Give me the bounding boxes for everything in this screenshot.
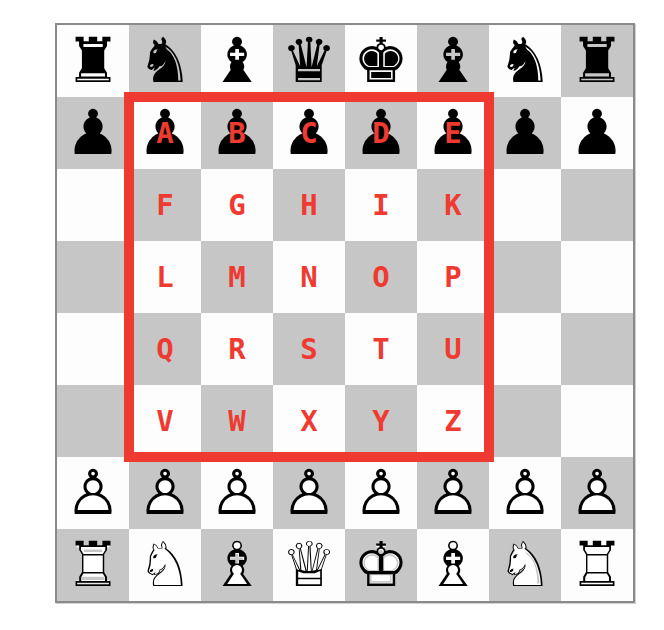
square-f8[interactable]: ♝	[417, 25, 489, 97]
piece-white-pawn: ♙	[561, 457, 633, 529]
hint-label-c[interactable]: C	[273, 97, 345, 169]
square-h3[interactable]	[561, 385, 633, 457]
square-d6[interactable]: H	[273, 169, 345, 241]
piece-white-rook: ♖	[57, 529, 129, 601]
square-c7[interactable]: ♟B	[201, 97, 273, 169]
square-g2[interactable]: ♟♙	[489, 457, 561, 529]
square-a4[interactable]	[57, 313, 129, 385]
square-g4[interactable]	[489, 313, 561, 385]
hint-label-h[interactable]: H	[273, 169, 345, 241]
piece-white-pawn: ♙	[417, 457, 489, 529]
square-d2[interactable]: ♟♙	[273, 457, 345, 529]
square-a8[interactable]: ♜	[57, 25, 129, 97]
square-c4[interactable]: R	[201, 313, 273, 385]
piece-white-pawn: ♙	[273, 457, 345, 529]
piece-black-pawn: ♟	[561, 97, 633, 169]
square-b5[interactable]: L	[129, 241, 201, 313]
piece-black-knight: ♞	[129, 25, 201, 97]
square-e6[interactable]: I	[345, 169, 417, 241]
piece-white-bishop: ♗	[201, 529, 273, 601]
square-e1[interactable]: ♚♔	[345, 529, 417, 601]
hint-label-q[interactable]: Q	[129, 313, 201, 385]
square-e7[interactable]: ♟D	[345, 97, 417, 169]
hint-label-a[interactable]: A	[129, 97, 201, 169]
hint-label-o[interactable]: O	[345, 241, 417, 313]
square-g8[interactable]: ♞	[489, 25, 561, 97]
piece-white-pawn: ♙	[489, 457, 561, 529]
hint-label-u[interactable]: U	[417, 313, 489, 385]
square-c3[interactable]: W	[201, 385, 273, 457]
square-b8[interactable]: ♞	[129, 25, 201, 97]
square-f1[interactable]: ♝♗	[417, 529, 489, 601]
square-e2[interactable]: ♟♙	[345, 457, 417, 529]
square-d3[interactable]: X	[273, 385, 345, 457]
piece-white-bishop: ♗	[417, 529, 489, 601]
piece-white-queen: ♕	[273, 529, 345, 601]
piece-black-rook: ♜	[57, 25, 129, 97]
piece-black-bishop: ♝	[417, 25, 489, 97]
square-b2[interactable]: ♟♙	[129, 457, 201, 529]
hint-label-f[interactable]: F	[129, 169, 201, 241]
square-e8[interactable]: ♚	[345, 25, 417, 97]
hint-label-v[interactable]: V	[129, 385, 201, 457]
hint-label-m[interactable]: M	[201, 241, 273, 313]
piece-black-queen: ♛	[273, 25, 345, 97]
hint-label-e[interactable]: E	[417, 97, 489, 169]
hint-label-b[interactable]: B	[201, 97, 273, 169]
square-f5[interactable]: P	[417, 241, 489, 313]
square-b1[interactable]: ♞♘	[129, 529, 201, 601]
square-a2[interactable]: ♟♙	[57, 457, 129, 529]
square-c6[interactable]: G	[201, 169, 273, 241]
square-g3[interactable]	[489, 385, 561, 457]
square-a7[interactable]: ♟	[57, 97, 129, 169]
square-h4[interactable]	[561, 313, 633, 385]
hint-label-z[interactable]: Z	[417, 385, 489, 457]
piece-black-bishop: ♝	[201, 25, 273, 97]
square-g6[interactable]	[489, 169, 561, 241]
piece-black-knight: ♞	[489, 25, 561, 97]
piece-black-rook: ♜	[561, 25, 633, 97]
square-b7[interactable]: ♟A	[129, 97, 201, 169]
square-h2[interactable]: ♟♙	[561, 457, 633, 529]
square-f4[interactable]: U	[417, 313, 489, 385]
piece-white-knight: ♘	[489, 529, 561, 601]
square-a1[interactable]: ♜♖	[57, 529, 129, 601]
square-c5[interactable]: M	[201, 241, 273, 313]
square-e4[interactable]: T	[345, 313, 417, 385]
square-b4[interactable]: Q	[129, 313, 201, 385]
piece-black-pawn: ♟	[57, 97, 129, 169]
square-h5[interactable]	[561, 241, 633, 313]
square-a6[interactable]	[57, 169, 129, 241]
square-b6[interactable]: F	[129, 169, 201, 241]
chess-board: ♜♞♝♛♚♝♞♜♟♟A♟B♟C♟D♟E♟♟FGHIKLMNOPQRSTUVWXY…	[55, 23, 635, 603]
square-h6[interactable]	[561, 169, 633, 241]
hint-label-p[interactable]: P	[417, 241, 489, 313]
piece-white-rook: ♖	[561, 529, 633, 601]
square-e5[interactable]: O	[345, 241, 417, 313]
piece-white-pawn: ♙	[345, 457, 417, 529]
piece-black-pawn: ♟	[489, 97, 561, 169]
square-d5[interactable]: N	[273, 241, 345, 313]
hint-label-s[interactable]: S	[273, 313, 345, 385]
square-f7[interactable]: ♟E	[417, 97, 489, 169]
square-h1[interactable]: ♜♖	[561, 529, 633, 601]
square-g5[interactable]	[489, 241, 561, 313]
square-f2[interactable]: ♟♙	[417, 457, 489, 529]
piece-white-pawn: ♙	[57, 457, 129, 529]
square-a5[interactable]	[57, 241, 129, 313]
square-e3[interactable]: Y	[345, 385, 417, 457]
hint-label-n[interactable]: N	[273, 241, 345, 313]
hint-label-i[interactable]: I	[345, 169, 417, 241]
hint-label-r[interactable]: R	[201, 313, 273, 385]
square-d7[interactable]: ♟C	[273, 97, 345, 169]
hint-label-d[interactable]: D	[345, 97, 417, 169]
square-a3[interactable]	[57, 385, 129, 457]
piece-white-king: ♔	[345, 529, 417, 601]
hint-label-k[interactable]: K	[417, 169, 489, 241]
square-d1[interactable]: ♛♕	[273, 529, 345, 601]
hint-label-t[interactable]: T	[345, 313, 417, 385]
hint-label-w[interactable]: W	[201, 385, 273, 457]
square-h8[interactable]: ♜	[561, 25, 633, 97]
square-f3[interactable]: Z	[417, 385, 489, 457]
square-g1[interactable]: ♞♘	[489, 529, 561, 601]
piece-black-king: ♚	[345, 25, 417, 97]
piece-white-pawn: ♙	[129, 457, 201, 529]
square-d8[interactable]: ♛	[273, 25, 345, 97]
square-c1[interactable]: ♝♗	[201, 529, 273, 601]
piece-white-knight: ♘	[129, 529, 201, 601]
piece-white-pawn: ♙	[201, 457, 273, 529]
hint-label-g[interactable]: G	[201, 169, 273, 241]
square-b3[interactable]: V	[129, 385, 201, 457]
page-background: { "game": "chess", "description": "Stand…	[0, 0, 664, 630]
hint-label-l[interactable]: L	[129, 241, 201, 313]
hint-label-y[interactable]: Y	[345, 385, 417, 457]
square-c2[interactable]: ♟♙	[201, 457, 273, 529]
square-d4[interactable]: S	[273, 313, 345, 385]
square-g7[interactable]: ♟	[489, 97, 561, 169]
square-h7[interactable]: ♟	[561, 97, 633, 169]
square-c8[interactable]: ♝	[201, 25, 273, 97]
hint-label-x[interactable]: X	[273, 385, 345, 457]
square-f6[interactable]: K	[417, 169, 489, 241]
